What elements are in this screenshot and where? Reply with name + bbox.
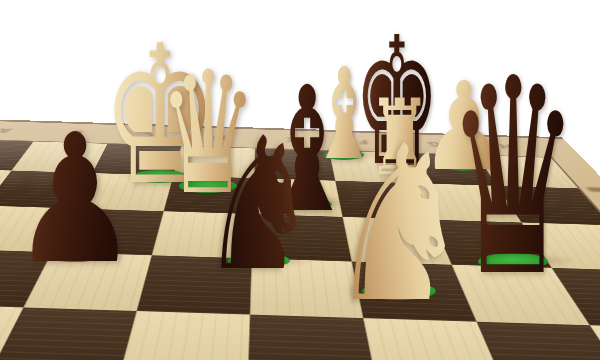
black-pawn-glyph: ♟ [11,111,139,289]
white-knight-glyph: ♞ [327,117,472,332]
square-d4[interactable] [117,311,250,360]
chess-photo-stage: ABCDEFGH ♟♚♛♞♝♝♚♜♞♟♛ [0,0,600,360]
frame-side-marking [586,187,600,192]
black-knight-glyph: ♞ [200,113,318,296]
square-c4[interactable] [0,307,137,360]
